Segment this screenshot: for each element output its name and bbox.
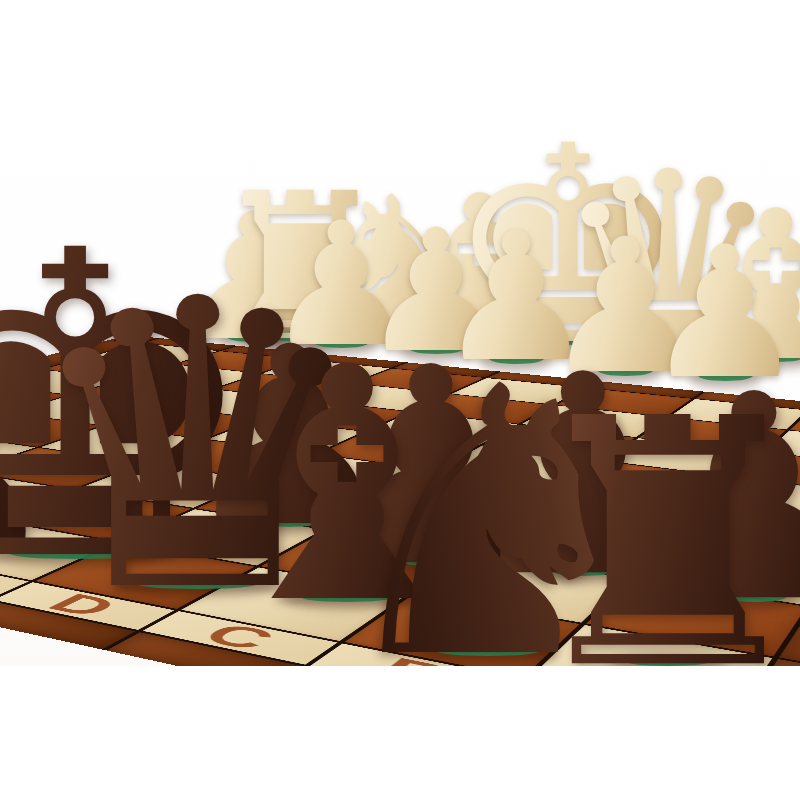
felt-base (698, 370, 753, 381)
piece-shadow (264, 330, 336, 350)
piece-shadow (442, 330, 518, 350)
white-pawn-f2: ♟ (360, 207, 512, 376)
white-pawn-e2: ♟ (436, 209, 596, 387)
felt-base (489, 353, 544, 364)
piece-shadow (480, 352, 552, 372)
piece-shadow (616, 346, 719, 366)
piece-shadow (514, 333, 623, 353)
white-pawn-d2: ♟ (542, 215, 708, 400)
felt-base (628, 347, 707, 358)
piece-shadow (689, 369, 761, 389)
white-pawn-g2: ♟ (264, 200, 417, 371)
felt-base (273, 331, 328, 342)
felt-base (526, 334, 610, 345)
felt-base (314, 337, 369, 348)
felt-base (746, 351, 800, 362)
white-rook-h1: ♜ (209, 166, 391, 369)
chess-board: HGFEDCBA (0, 335, 800, 666)
piece-shadow (400, 342, 472, 362)
white-queen-d1: ♛ (554, 138, 783, 393)
white-pawn-c2: ♟ (644, 223, 800, 405)
white-knight-g1: ♞ (318, 173, 476, 349)
piece-shadow (361, 314, 433, 334)
white-pawn-h2: ♟ (175, 191, 331, 366)
felt-base (451, 331, 510, 342)
felt-base (409, 343, 464, 354)
white-margin (0, 666, 800, 800)
felt-base (598, 365, 653, 376)
felt-base (226, 331, 281, 342)
white-bishop-f1: ♝ (390, 169, 569, 369)
white-king-e1: ♚ (446, 111, 690, 384)
chess-set-photo: HGFEDCBA ♞♟♜♝♚♟♟♛♝♟♟♟♟♟♚♟♟♛♝♟♞♜ (0, 0, 800, 666)
piece-shadow (736, 350, 800, 370)
white-bishop-c1: ♝ (683, 183, 800, 390)
felt-base (370, 315, 425, 326)
